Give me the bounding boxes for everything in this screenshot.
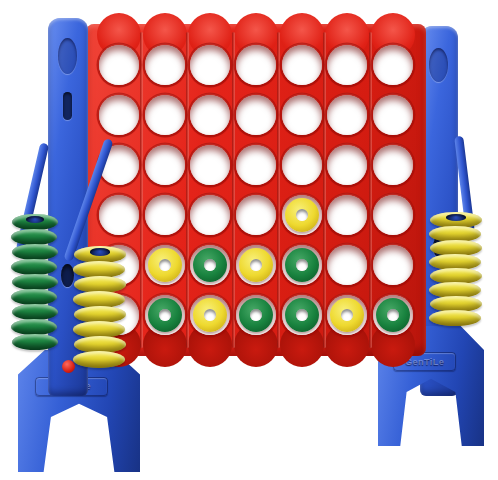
cell-r1c5 <box>279 40 325 90</box>
cell-r6c7 <box>370 290 416 340</box>
yellow-storage-ring <box>73 351 125 368</box>
hole <box>327 95 367 135</box>
green-disc <box>193 248 227 282</box>
cell-r3c5 <box>279 140 325 190</box>
post-indent <box>58 38 77 74</box>
hole <box>327 195 367 235</box>
cell-r2c7 <box>370 90 416 140</box>
hole <box>282 245 322 285</box>
cell-r5c6 <box>325 240 371 290</box>
giant-connect-four-scene: GenTiLe GenTiLe <box>0 0 498 480</box>
hole <box>190 195 230 235</box>
hole <box>373 95 413 135</box>
green-disc <box>148 298 182 332</box>
hole <box>373 245 413 285</box>
hole <box>236 45 276 85</box>
hole <box>99 95 139 135</box>
post-hole <box>61 264 74 287</box>
green-storage-ring <box>11 289 57 305</box>
cell-r3c2 <box>142 140 188 190</box>
cell-r5c5 <box>279 240 325 290</box>
yellow-disc <box>285 198 319 232</box>
green-storage-ring <box>11 229 57 245</box>
storage-stack-yellow-right <box>430 212 482 340</box>
cell-r4c4 <box>233 190 279 240</box>
hole <box>236 295 276 335</box>
cell-r6c6 <box>325 290 371 340</box>
hole <box>145 145 185 185</box>
yellow-disc <box>330 298 364 332</box>
green-storage-ring <box>12 274 58 290</box>
ring-center-hole <box>446 214 466 221</box>
hole <box>145 295 185 335</box>
hole <box>327 145 367 185</box>
yellow-disc <box>148 248 182 282</box>
cell-r1c3 <box>187 40 233 90</box>
cell-r2c4 <box>233 90 279 140</box>
hole <box>236 245 276 285</box>
hole <box>236 95 276 135</box>
green-storage-ring <box>12 214 58 230</box>
cell-r6c5 <box>279 290 325 340</box>
hole <box>327 45 367 85</box>
board-grid <box>96 40 416 340</box>
hole <box>373 295 413 335</box>
hole <box>373 45 413 85</box>
cell-r4c3 <box>187 190 233 240</box>
ring-center-hole <box>26 216 43 223</box>
storage-stack-yellow-left <box>74 246 126 383</box>
cell-r6c2 <box>142 290 188 340</box>
hole <box>282 195 322 235</box>
cell-r1c2 <box>142 40 188 90</box>
cell-r4c1 <box>96 190 142 240</box>
cell-r2c2 <box>142 90 188 140</box>
cell-r6c3 <box>187 290 233 340</box>
cell-r6c4 <box>233 290 279 340</box>
storage-stack-green-left <box>12 214 58 365</box>
hole <box>190 295 230 335</box>
cell-r1c7 <box>370 40 416 90</box>
cell-r2c5 <box>279 90 325 140</box>
cell-r4c6 <box>325 190 371 240</box>
cell-r1c6 <box>325 40 371 90</box>
hole <box>190 145 230 185</box>
cell-r2c6 <box>325 90 371 140</box>
cell-r4c2 <box>142 190 188 240</box>
hole <box>236 195 276 235</box>
green-disc <box>285 248 319 282</box>
cell-r1c4 <box>233 40 279 90</box>
hole <box>236 145 276 185</box>
hole <box>282 295 322 335</box>
hole <box>327 245 367 285</box>
connect-four-board <box>86 24 426 356</box>
hole <box>282 95 322 135</box>
hole <box>373 145 413 185</box>
ring-center-hole <box>90 248 110 255</box>
yellow-disc <box>239 248 273 282</box>
green-storage-ring <box>12 304 58 320</box>
hole <box>282 45 322 85</box>
cell-r5c4 <box>233 240 279 290</box>
yellow-disc <box>193 298 227 332</box>
cell-r2c3 <box>187 90 233 140</box>
hole <box>190 45 230 85</box>
hole <box>99 195 139 235</box>
hole <box>99 45 139 85</box>
cell-r3c3 <box>187 140 233 190</box>
hole <box>145 245 185 285</box>
hole <box>282 145 322 185</box>
cell-r2c1 <box>96 90 142 140</box>
cell-r3c7 <box>370 140 416 190</box>
cell-r4c7 <box>370 190 416 240</box>
green-disc <box>239 298 273 332</box>
hole <box>190 95 230 135</box>
hole <box>145 195 185 235</box>
hole <box>373 195 413 235</box>
cell-r5c3 <box>187 240 233 290</box>
cell-r1c1 <box>96 40 142 90</box>
green-disc <box>376 298 410 332</box>
green-storage-ring <box>12 334 58 350</box>
cell-r5c7 <box>370 240 416 290</box>
cell-r5c2 <box>142 240 188 290</box>
hole <box>145 95 185 135</box>
hole <box>145 45 185 85</box>
hole <box>327 295 367 335</box>
hole <box>190 245 230 285</box>
cell-r3c4 <box>233 140 279 190</box>
cell-r3c6 <box>325 140 371 190</box>
green-disc <box>285 298 319 332</box>
green-storage-ring <box>11 259 57 275</box>
cell-r4c5 <box>279 190 325 240</box>
green-storage-ring <box>11 319 57 335</box>
yellow-storage-ring <box>429 310 481 326</box>
post-slot <box>63 92 72 120</box>
post-indent <box>429 48 448 82</box>
green-storage-ring <box>12 244 58 260</box>
